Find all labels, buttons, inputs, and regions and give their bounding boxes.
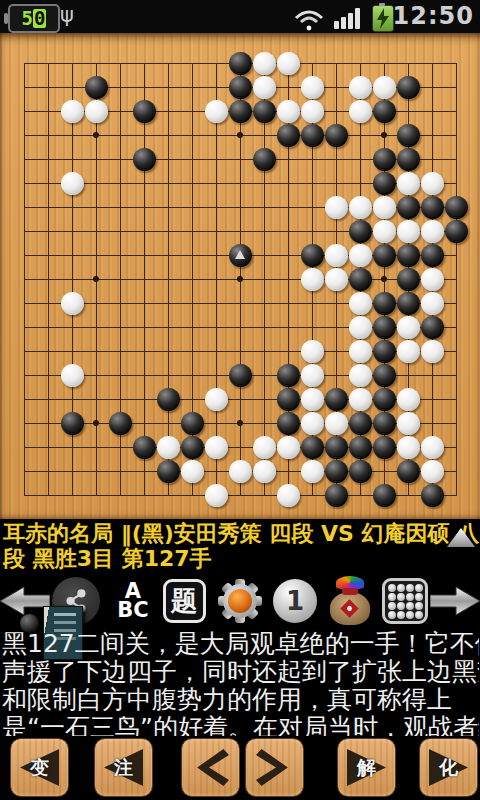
- black-stone: [445, 196, 468, 219]
- transform-button[interactable]: 化: [419, 738, 478, 797]
- white-stone: [421, 172, 444, 195]
- white-stone: [349, 196, 372, 219]
- black-stone: [349, 220, 372, 243]
- black-stone: [109, 412, 132, 435]
- last-move-triangle-marker: [235, 250, 245, 259]
- white-stone: [397, 172, 420, 195]
- white-stone: [373, 76, 396, 99]
- black-stone: [181, 436, 204, 459]
- black-stone: [373, 388, 396, 411]
- white-stone: [421, 340, 444, 363]
- game-title-line1: 耳赤的名局 ‖(黑)安田秀策 四段 VS 幻庵因硕 八: [3, 521, 447, 546]
- commentary-line: 声援了下边四子，同时还起到了扩张上边黑势: [2, 658, 479, 686]
- white-stone: [61, 364, 84, 387]
- letters-mode-button[interactable]: A BC: [110, 573, 156, 629]
- white-stone: [205, 436, 228, 459]
- white-stone: [61, 100, 84, 123]
- black-stone: [397, 460, 420, 483]
- chev-right-icon: [256, 749, 293, 786]
- move-number-button[interactable]: 1: [270, 573, 320, 629]
- button-label: 解: [357, 755, 376, 781]
- right-arrow-icon: [430, 586, 480, 616]
- settings-button[interactable]: [212, 573, 268, 629]
- white-stone: [181, 460, 204, 483]
- annotation-button[interactable]: 注: [94, 738, 153, 797]
- counting-button[interactable]: [378, 573, 432, 629]
- black-stone: [373, 100, 396, 123]
- white-stone: [253, 460, 276, 483]
- black-stone: [277, 364, 300, 387]
- black-stone: [421, 196, 444, 219]
- star-point: [93, 276, 99, 282]
- white-stone: [397, 316, 420, 339]
- explain-button[interactable]: 解: [337, 738, 396, 797]
- white-stone: [85, 100, 108, 123]
- money-bag-icon: [328, 576, 372, 626]
- black-stone: [373, 340, 396, 363]
- problem-mode-button[interactable]: 题: [159, 573, 209, 629]
- white-stone: [301, 100, 324, 123]
- white-stone: [301, 268, 324, 291]
- star-point: [381, 276, 387, 282]
- number-one-icon: 1: [273, 579, 317, 623]
- chev-left-icon: [192, 749, 229, 786]
- game-title: 耳赤的名局 ‖(黑)安田秀策 四段 VS 幻庵因硕 八 段 黑胜3目 第127手: [3, 521, 447, 571]
- game-title-line2: 段 黑胜3目 第127手: [3, 546, 447, 571]
- white-stone: [229, 460, 252, 483]
- white-stone: [373, 220, 396, 243]
- black-stone: [301, 436, 324, 459]
- white-stone: [253, 52, 276, 75]
- app-screen: 50 ψ 12:50 耳赤的名局 ‖(黑)安田秀策 四段 VS 幻庵因硕 八 段…: [0, 0, 480, 800]
- usb-icon: ψ: [60, 3, 74, 27]
- white-stone: [349, 388, 372, 411]
- star-point: [237, 132, 243, 138]
- black-stone: [277, 124, 300, 147]
- clock: 12:50: [393, 2, 474, 30]
- black-stone: [325, 124, 348, 147]
- black-stone: [253, 148, 276, 171]
- next-move-button[interactable]: [245, 738, 304, 797]
- white-stone: [349, 76, 372, 99]
- white-stone: [61, 292, 84, 315]
- commentary-line: 和限制白方中腹势力的作用，真可称得上: [2, 686, 479, 714]
- black-stone: [253, 100, 276, 123]
- white-stone: [277, 52, 300, 75]
- black-stone: [397, 76, 420, 99]
- white-stone: [397, 388, 420, 411]
- black-stone: [133, 100, 156, 123]
- white-stone: [421, 268, 444, 291]
- black-stone: [325, 436, 348, 459]
- black-stone: [373, 436, 396, 459]
- white-stone: [421, 220, 444, 243]
- black-stone: [373, 244, 396, 267]
- white-stone: [325, 196, 348, 219]
- white-stone: [277, 436, 300, 459]
- white-stone: [397, 436, 420, 459]
- black-stone: [421, 316, 444, 339]
- black-stone: [229, 100, 252, 123]
- white-stone: [397, 220, 420, 243]
- black-stone: [421, 244, 444, 267]
- black-stone: [397, 268, 420, 291]
- black-stone-last-move: [229, 244, 252, 267]
- white-stone: [349, 292, 372, 315]
- problem-icon-label: 题: [163, 579, 206, 623]
- white-stone: [277, 484, 300, 507]
- gear-icon: [216, 577, 264, 625]
- signal-strength-icon: [334, 8, 362, 29]
- bottom-button-bar: 变注解化: [0, 736, 480, 800]
- black-stone: [325, 484, 348, 507]
- black-stone: [301, 124, 324, 147]
- white-stone: [253, 436, 276, 459]
- orange-ball-icon: [228, 589, 252, 613]
- black-stone: [397, 124, 420, 147]
- button-label: 变: [30, 755, 49, 781]
- white-stone: [205, 100, 228, 123]
- black-stone: [157, 388, 180, 411]
- button-label: 化: [439, 755, 458, 781]
- status-bar: 50 ψ 12:50: [0, 0, 480, 34]
- white-stone: [301, 364, 324, 387]
- battery-level-widget: 50: [8, 4, 60, 33]
- white-stone: [61, 172, 84, 195]
- white-stone: [421, 292, 444, 315]
- black-stone: [397, 292, 420, 315]
- black-stone: [229, 364, 252, 387]
- game-title-bar: 耳赤的名局 ‖(黑)安田秀策 四段 VS 幻庵因硕 八 段 黑胜3目 第127手: [0, 519, 480, 573]
- white-stone: [421, 460, 444, 483]
- white-stone: [157, 436, 180, 459]
- star-point: [93, 420, 99, 426]
- abc-icon-bottom: BC: [117, 601, 148, 620]
- abacus-icon: [382, 578, 428, 624]
- star-point: [93, 132, 99, 138]
- variation-button[interactable]: 变: [10, 738, 69, 797]
- white-stone: [349, 244, 372, 267]
- black-stone: [373, 292, 396, 315]
- black-stone: [133, 436, 156, 459]
- white-stone: [325, 244, 348, 267]
- battery-charging-icon: [372, 5, 394, 32]
- black-stone: [397, 196, 420, 219]
- white-stone: [325, 412, 348, 435]
- white-stone: [301, 76, 324, 99]
- star-point: [237, 420, 243, 426]
- star-point: [237, 276, 243, 282]
- black-stone: [229, 52, 252, 75]
- white-stone: [253, 76, 276, 99]
- go-board[interactable]: [0, 33, 480, 519]
- white-stone: [325, 268, 348, 291]
- black-stone: [61, 412, 84, 435]
- treasure-bag-button[interactable]: [324, 573, 376, 629]
- black-stone: [421, 484, 444, 507]
- button-label: 注: [114, 755, 133, 781]
- black-stone: [157, 460, 180, 483]
- black-stone: [373, 148, 396, 171]
- white-stone: [301, 388, 324, 411]
- black-stone: [325, 460, 348, 483]
- black-stone: [229, 76, 252, 99]
- white-stone: [421, 436, 444, 459]
- black-stone: [85, 76, 108, 99]
- battery-digit: 0: [33, 9, 46, 28]
- black-stone: [349, 268, 372, 291]
- black-stone: [373, 364, 396, 387]
- black-stone: [373, 484, 396, 507]
- black-stone: [301, 244, 324, 267]
- black-stone: [325, 388, 348, 411]
- white-stone: [373, 196, 396, 219]
- black-stone: [397, 244, 420, 267]
- black-stone: [397, 148, 420, 171]
- prev-move-button[interactable]: [181, 738, 240, 797]
- white-stone: [349, 100, 372, 123]
- white-stone: [349, 340, 372, 363]
- commentary-line: 黑127二间关，是大局观卓绝的一手！它不但: [2, 630, 479, 658]
- battery-digit: 5: [22, 9, 33, 28]
- black-stone: [277, 412, 300, 435]
- black-stone: [445, 220, 468, 243]
- white-stone: [397, 412, 420, 435]
- black-stone: [181, 412, 204, 435]
- white-stone: [301, 340, 324, 363]
- white-stone: [349, 364, 372, 387]
- wifi-icon: [294, 8, 324, 31]
- black-stone: [349, 436, 372, 459]
- star-point: [381, 132, 387, 138]
- white-stone: [397, 340, 420, 363]
- next-game-button[interactable]: [430, 573, 480, 629]
- black-stone: [349, 460, 372, 483]
- white-stone: [349, 316, 372, 339]
- white-stone: [205, 484, 228, 507]
- black-stone: [373, 412, 396, 435]
- white-stone: [277, 100, 300, 123]
- black-stone: [373, 172, 396, 195]
- white-stone: [301, 460, 324, 483]
- black-stone: [133, 148, 156, 171]
- white-stone: [301, 412, 324, 435]
- black-stone: [349, 412, 372, 435]
- black-stone: [373, 316, 396, 339]
- black-stone: [277, 388, 300, 411]
- white-stone: [205, 388, 228, 411]
